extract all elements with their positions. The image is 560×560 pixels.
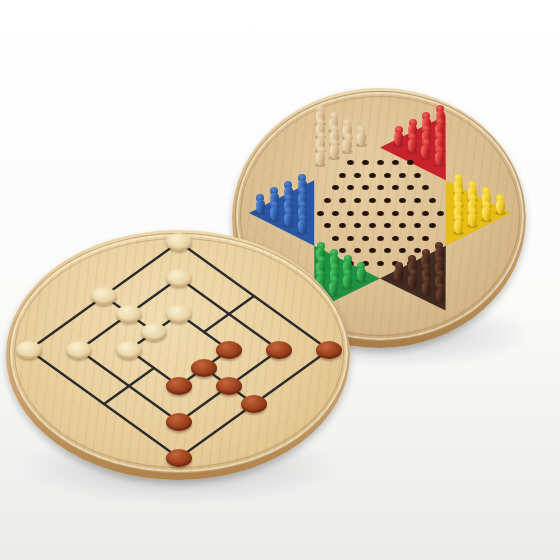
peg-body (496, 200, 505, 214)
board-hole (377, 185, 384, 190)
board-hole (324, 198, 331, 203)
peg-body (468, 213, 477, 227)
peg-body (330, 145, 339, 159)
board-hole (362, 236, 369, 241)
peg-yellow (495, 194, 506, 214)
board-hole (422, 236, 429, 241)
morris-piece-dark-g4 (241, 395, 267, 413)
peg-body (482, 207, 491, 221)
peg-blue (255, 194, 266, 214)
peg-natural (329, 139, 340, 159)
peg-body (316, 152, 325, 166)
morris-piece-light-b6 (166, 269, 192, 287)
morris-piece-dark-e4 (191, 359, 217, 377)
board-hole (407, 211, 414, 216)
peg-dark-brown (407, 269, 418, 289)
board-hole (384, 198, 391, 203)
peg-green (356, 262, 367, 282)
peg-body (422, 282, 431, 296)
board-hole (407, 185, 414, 190)
board-hole (377, 236, 384, 241)
nine-mens-morris-surface (9, 233, 349, 473)
peg-body (357, 132, 366, 146)
board-hole (422, 211, 429, 216)
peg-blue (269, 201, 280, 221)
peg-red (407, 133, 418, 153)
morris-piece-dark-f6 (266, 341, 292, 359)
peg-yellow (481, 201, 492, 221)
peg-body (394, 132, 403, 146)
board-hole (369, 198, 376, 203)
morris-piece-light-c3 (116, 341, 142, 359)
board-hole (339, 173, 346, 178)
peg-natural (342, 133, 353, 153)
peg-dark-brown (421, 276, 432, 296)
board-hole (362, 185, 369, 190)
morris-piece-dark-g7 (316, 341, 342, 359)
peg-body (256, 200, 265, 214)
morris-piece-light-c5 (166, 305, 192, 323)
board-hole (399, 173, 406, 178)
morris-piece-light-b4 (116, 305, 142, 323)
peg-body (454, 220, 463, 234)
board-hole (429, 198, 436, 203)
board-hole (407, 160, 414, 165)
board-hole (414, 173, 421, 178)
peg-body (394, 268, 403, 282)
morris-piece-dark-g1 (166, 449, 192, 467)
peg-natural (315, 146, 326, 166)
board-hole (332, 211, 339, 216)
board-hole (384, 173, 391, 178)
board-hole (369, 173, 376, 178)
peg-body (284, 213, 293, 227)
board-hole (392, 236, 399, 241)
peg-body (435, 152, 444, 166)
peg-yellow (467, 207, 478, 227)
board-hole (362, 160, 369, 165)
morris-piece-dark-f2 (166, 413, 192, 431)
morris-piece-light-a1 (16, 341, 42, 359)
board-hole (407, 236, 414, 241)
morris-piece-light-a4 (91, 287, 117, 305)
board-hole (347, 185, 354, 190)
product-photo (0, 0, 560, 560)
board-hole (392, 185, 399, 190)
peg-body (298, 220, 307, 234)
board-hole (339, 198, 346, 203)
peg-body (408, 275, 417, 289)
board-hole (399, 198, 406, 203)
board-hole (347, 211, 354, 216)
board-hole (347, 160, 354, 165)
morris-piece-light-a7 (166, 233, 192, 251)
board-hole (377, 211, 384, 216)
board-hole (377, 261, 384, 266)
board-hole (354, 198, 361, 203)
morris-piece-dark-e3 (166, 377, 192, 395)
peg-blue (297, 214, 308, 234)
board-hole (414, 198, 421, 203)
board-hole (437, 211, 444, 216)
peg-red (434, 146, 445, 166)
peg-natural (356, 126, 367, 146)
peg-body (343, 139, 352, 153)
peg-blue (283, 207, 294, 227)
peg-body (408, 139, 417, 153)
board-hole (362, 211, 369, 216)
peg-body (357, 268, 366, 282)
board-hole (332, 185, 339, 190)
peg-dark-brown (435, 283, 446, 303)
peg-dark-brown (393, 262, 404, 282)
board-hole (392, 160, 399, 165)
morris-piece-light-c4 (141, 323, 167, 341)
morris-piece-dark-e5 (216, 341, 242, 359)
board-hole (422, 185, 429, 190)
morris-piece-dark-f4 (216, 377, 242, 395)
peg-body (436, 289, 445, 303)
board-hole (377, 160, 384, 165)
peg-red (420, 139, 431, 159)
morris-piece-light-b2 (66, 341, 92, 359)
peg-red (393, 126, 404, 146)
board-hole (392, 211, 399, 216)
peg-body (270, 207, 279, 221)
board-hole (354, 173, 361, 178)
peg-yellow (453, 214, 464, 234)
board-hole (317, 211, 324, 216)
peg-body (421, 145, 430, 159)
nine-mens-morris-board (6, 230, 350, 480)
